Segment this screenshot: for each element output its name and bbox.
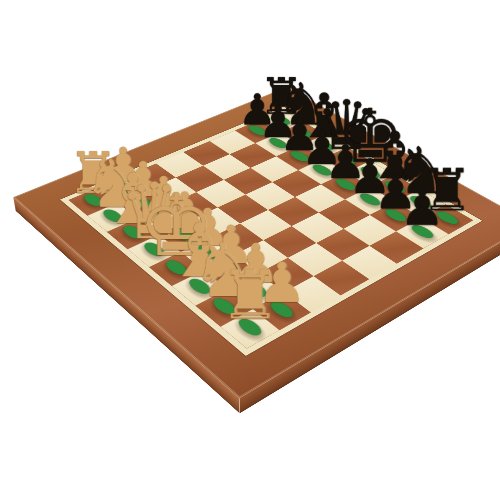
square-h7[interactable]: ♟ — [396, 218, 449, 249]
piece-white-rook-h1[interactable]: ♜ — [220, 261, 280, 328]
chess-board: ♜♞♝♛♚♝♞♜♟♟♟♟♟♟♟♟♟♟♟♟♟♟♟♟♜♞♝♛♚♝♞♜ — [13, 87, 500, 398]
chess-set-photo: ♜♞♝♛♚♝♞♜♟♟♟♟♟♟♟♟♟♟♟♟♟♟♟♟♜♞♝♛♚♝♞♜ — [0, 0, 500, 500]
square-h1[interactable]: ♜ — [221, 309, 280, 348]
board-playfield: ♜♞♝♛♚♝♞♜♟♟♟♟♟♟♟♟♟♟♟♟♟♟♟♟♜♞♝♛♚♝♞♜ — [60, 107, 482, 356]
piece-black-pawn-h7[interactable]: ♟ — [400, 183, 445, 233]
